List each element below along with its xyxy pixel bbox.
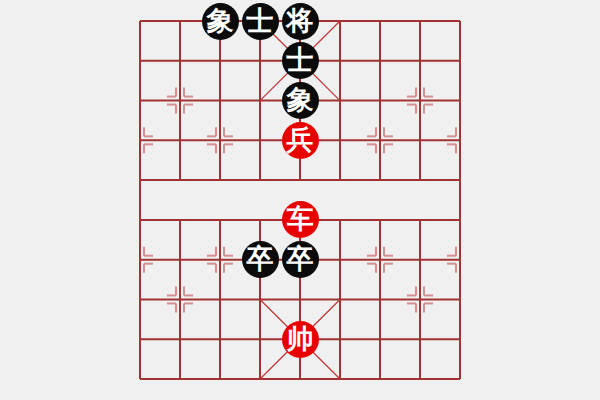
piece-red-chariot[interactable]: 车 (282, 201, 319, 238)
piece-black-advisor[interactable]: 士 (242, 3, 279, 40)
piece-black-soldier[interactable]: 卒 (282, 241, 319, 278)
red-chariot-glyph: 车 (287, 206, 314, 233)
red-soldier-glyph: 兵 (287, 127, 314, 154)
piece-black-general[interactable]: 将 (282, 3, 319, 40)
piece-black-advisor[interactable]: 士 (282, 42, 319, 79)
piece-red-general[interactable]: 帅 (282, 321, 319, 358)
black-advisor-glyph: 士 (287, 47, 314, 74)
black-elephant-glyph: 象 (287, 87, 314, 114)
piece-black-elephant[interactable]: 象 (282, 82, 319, 119)
black-general-glyph: 将 (287, 8, 314, 35)
black-advisor-glyph: 士 (247, 8, 274, 35)
black-soldier-glyph: 卒 (247, 246, 274, 273)
piece-black-elephant[interactable]: 象 (202, 3, 239, 40)
xiangqi-board: 象士将士象兵车卒卒帅 (0, 0, 600, 400)
black-soldier-glyph: 卒 (287, 246, 314, 273)
piece-red-soldier[interactable]: 兵 (282, 122, 319, 159)
piece-black-soldier[interactable]: 卒 (242, 241, 279, 278)
pieces-layer: 象士将士象兵车卒卒帅 (0, 0, 600, 400)
red-general-glyph: 帅 (287, 326, 314, 353)
black-elephant-glyph: 象 (207, 8, 234, 35)
